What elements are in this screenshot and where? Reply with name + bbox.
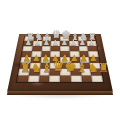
piece-black-pawn-d7[interactable]: ♟: [51, 40, 60, 47]
piece-row-rank1: ♜♞♝♛♚♝♞♜: [20, 60, 100, 74]
piece-white-rook-h1[interactable]: ♜: [98, 62, 109, 74]
piece-white-bishop-c1[interactable]: ♝: [42, 62, 53, 74]
piece-black-pawn-b7[interactable]: ♟: [33, 40, 42, 47]
piece-black-pawn-e7[interactable]: ♟: [60, 40, 69, 47]
piece-row-rank7: ♟♟♟♟♟♟♟♟: [24, 40, 96, 47]
piece-white-knight-g1[interactable]: ♞: [88, 62, 99, 74]
chess-set-photo: ♜♞♝♛♚♝♞♜♟♟♟♟♟♟♟♟♟♟♟♟♟♟♟♟♜♞♝♛♚♝♞♜: [0, 0, 120, 120]
piece-black-pawn-c7[interactable]: ♟: [42, 40, 51, 47]
piece-black-pawn-f7[interactable]: ♟: [69, 40, 78, 47]
piece-white-knight-b1[interactable]: ♞: [31, 62, 42, 74]
piece-black-pawn-g7[interactable]: ♟: [78, 40, 87, 47]
piece-black-pawn-h7[interactable]: ♟: [87, 40, 96, 47]
piece-white-bishop-f1[interactable]: ♝: [77, 62, 88, 74]
piece-white-king-e1[interactable]: ♚: [65, 60, 77, 74]
pieces-layer: ♜♞♝♛♚♝♞♜♟♟♟♟♟♟♟♟♟♟♟♟♟♟♟♟♜♞♝♛♚♝♞♜: [0, 0, 120, 120]
piece-black-pawn-a7[interactable]: ♟: [24, 40, 33, 47]
piece-white-rook-a1[interactable]: ♜: [20, 62, 31, 74]
piece-white-queen-d1[interactable]: ♛: [52, 60, 64, 74]
